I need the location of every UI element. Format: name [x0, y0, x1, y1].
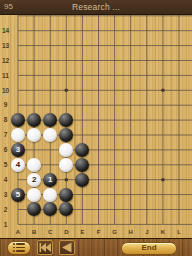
move-number: 95: [4, 2, 13, 11]
stone-black-C2: [43, 202, 57, 216]
stone-white-B5: [27, 158, 41, 172]
stone-black-E4: [75, 173, 89, 187]
stone-white-D6: [59, 143, 73, 157]
stone-grid: 34215: [10, 15, 187, 232]
board-point-E5[interactable]: [74, 157, 90, 172]
board-point-D6[interactable]: [58, 142, 74, 157]
stone-black-B2: [27, 202, 41, 216]
move-list-button[interactable]: [7, 241, 31, 255]
board-point-B8[interactable]: [26, 113, 42, 128]
stone-white-B3: [27, 188, 41, 202]
stone-black-D8: [59, 113, 73, 127]
board-point-D7[interactable]: [58, 128, 74, 143]
skip-to-start-icon: [39, 242, 51, 253]
move-number-label: 5: [16, 191, 20, 199]
col-label-B: B: [29, 229, 39, 235]
stone-white-D5: [59, 158, 73, 172]
row-label-9: 9: [1, 101, 10, 108]
title-bar: 95 Research ...: [0, 0, 192, 15]
stone-black-E5: [75, 158, 89, 172]
row-label-6: 6: [1, 146, 10, 153]
skip-to-start-button[interactable]: [37, 240, 53, 255]
app-screen: 95 Research ... 34215 141312111098765432…: [0, 0, 192, 256]
step-back-button[interactable]: [59, 240, 75, 255]
stone-black-B8: [27, 113, 41, 127]
stone-black-D3: [59, 188, 73, 202]
board-point-B7[interactable]: [26, 128, 42, 143]
step-back-icon: [61, 242, 73, 253]
col-label-D: D: [61, 229, 71, 235]
page-title: Research ...: [72, 2, 120, 12]
row-label-13: 13: [1, 42, 10, 49]
stone-white-C3: [43, 188, 57, 202]
board-point-C7[interactable]: [42, 128, 58, 143]
col-label-K: K: [158, 229, 168, 235]
col-label-G: G: [110, 229, 120, 235]
stone-black-E6: [75, 143, 89, 157]
col-label-C: C: [45, 229, 55, 235]
move-number-label: 4: [16, 161, 20, 169]
board-point-D3[interactable]: [58, 187, 74, 202]
end-button-label: End: [141, 244, 156, 252]
col-label-J: J: [142, 229, 152, 235]
board-point-C8[interactable]: [42, 113, 58, 128]
stone-black-D7: [59, 128, 73, 142]
board-point-E6[interactable]: [74, 142, 90, 157]
board-point-A7[interactable]: [10, 128, 26, 143]
board-point-A3[interactable]: 5: [10, 187, 26, 202]
move-number-label: 2: [32, 176, 36, 184]
go-board[interactable]: 34215 1413121110987654321ABCDEFGHJKL: [0, 15, 192, 238]
col-label-A: A: [13, 229, 23, 235]
board-point-A8[interactable]: [10, 113, 26, 128]
move-number-label: 1: [48, 176, 52, 184]
board-point-B5[interactable]: [26, 157, 42, 172]
row-label-14: 14: [1, 27, 10, 34]
board-point-B3[interactable]: [26, 187, 42, 202]
board-point-B2[interactable]: [26, 202, 42, 217]
row-label-1: 1: [1, 221, 10, 228]
row-label-8: 8: [1, 116, 10, 123]
row-label-3: 3: [1, 191, 10, 198]
board-point-C3[interactable]: [42, 187, 58, 202]
stone-black-A8: [11, 113, 25, 127]
stone-white-A5: 4: [11, 158, 25, 172]
row-label-12: 12: [1, 57, 10, 64]
board-point-C4[interactable]: 1: [42, 172, 58, 187]
list-icon: [13, 243, 25, 245]
row-label-11: 11: [1, 72, 10, 79]
stone-black-A3: 5: [11, 188, 25, 202]
board-point-C2[interactable]: [42, 202, 58, 217]
stone-white-B7: [27, 128, 41, 142]
board-point-B4[interactable]: 2: [26, 172, 42, 187]
board-point-D5[interactable]: [58, 157, 74, 172]
board-point-A6[interactable]: 3: [10, 142, 26, 157]
board-point-D2[interactable]: [58, 202, 74, 217]
row-label-2: 2: [1, 206, 10, 213]
col-label-F: F: [94, 229, 104, 235]
stone-black-C4: 1: [43, 173, 57, 187]
end-button[interactable]: End: [121, 242, 177, 255]
row-label-4: 4: [1, 176, 10, 183]
board-point-E4[interactable]: [74, 172, 90, 187]
stone-white-A7: [11, 128, 25, 142]
bottom-toolbar: End: [0, 238, 192, 256]
row-label-10: 10: [1, 87, 10, 94]
col-label-E: E: [77, 229, 87, 235]
board-point-D8[interactable]: [58, 113, 74, 128]
col-label-L: L: [174, 229, 184, 235]
move-number-label: 3: [16, 146, 20, 154]
col-label-H: H: [126, 229, 136, 235]
stone-black-A6: 3: [11, 143, 25, 157]
stone-white-B4: 2: [27, 173, 41, 187]
stone-black-C8: [43, 113, 57, 127]
row-label-5: 5: [1, 161, 10, 168]
stone-white-C7: [43, 128, 57, 142]
board-point-A5[interactable]: 4: [10, 157, 26, 172]
stone-black-D2: [59, 202, 73, 216]
row-label-7: 7: [1, 131, 10, 138]
